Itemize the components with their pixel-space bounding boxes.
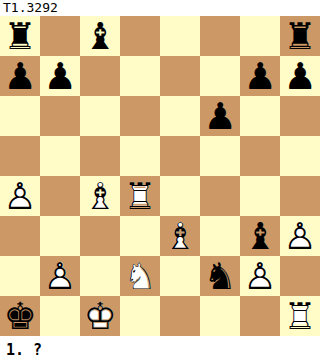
square-e8[interactable] <box>160 16 200 56</box>
black-king-glyph: ♚ <box>0 296 40 336</box>
piece-white-pawn-h3: ♟♙ <box>280 216 320 256</box>
white-pawn-outline-glyph: ♙ <box>0 176 40 216</box>
square-g2[interactable]: ♟♙ <box>240 256 280 296</box>
square-f3[interactable] <box>200 216 240 256</box>
square-h5[interactable] <box>280 136 320 176</box>
white-knight-fill-glyph: ♞ <box>120 256 160 296</box>
square-a3[interactable] <box>0 216 40 256</box>
white-bishop-fill-glyph: ♝ <box>160 216 200 256</box>
black-bishop-glyph: ♝ <box>80 16 120 56</box>
square-f5[interactable] <box>200 136 240 176</box>
square-e5[interactable] <box>160 136 200 176</box>
white-bishop-outline-glyph: ♗ <box>160 216 200 256</box>
black-rook-glyph: ♜ <box>0 16 40 56</box>
square-d4[interactable]: ♜♖ <box>120 176 160 216</box>
piece-black-pawn-b7: ♟ <box>40 56 80 96</box>
black-pawn-glyph: ♟ <box>240 56 280 96</box>
white-rook-fill-glyph: ♜ <box>280 296 320 336</box>
square-e4[interactable] <box>160 176 200 216</box>
square-h1[interactable]: ♜♖ <box>280 296 320 336</box>
square-c1[interactable]: ♚♔ <box>80 296 120 336</box>
square-b8[interactable] <box>40 16 80 56</box>
square-h6[interactable] <box>280 96 320 136</box>
white-rook-fill-glyph: ♜ <box>120 176 160 216</box>
square-g6[interactable] <box>240 96 280 136</box>
piece-white-pawn-b2: ♟♙ <box>40 256 80 296</box>
square-e7[interactable] <box>160 56 200 96</box>
square-g1[interactable] <box>240 296 280 336</box>
square-b6[interactable] <box>40 96 80 136</box>
square-g7[interactable]: ♟ <box>240 56 280 96</box>
chess-board: ♜♝♜♟♟♟♟♟♟♙♝♗♜♖♝♗♝♟♙♟♙♞♘♞♟♙♚♚♔♜♖ <box>0 16 320 336</box>
piece-black-rook-a8: ♜ <box>0 16 40 56</box>
piece-black-knight-f2: ♞ <box>200 256 240 296</box>
square-b5[interactable] <box>40 136 80 176</box>
square-d5[interactable] <box>120 136 160 176</box>
square-d3[interactable] <box>120 216 160 256</box>
square-e3[interactable]: ♝♗ <box>160 216 200 256</box>
square-d1[interactable] <box>120 296 160 336</box>
piece-black-pawn-g7: ♟ <box>240 56 280 96</box>
square-e6[interactable] <box>160 96 200 136</box>
square-a7[interactable]: ♟ <box>0 56 40 96</box>
square-b7[interactable]: ♟ <box>40 56 80 96</box>
square-a5[interactable] <box>0 136 40 176</box>
white-rook-outline-glyph: ♖ <box>280 296 320 336</box>
square-f6[interactable]: ♟ <box>200 96 240 136</box>
black-rook-glyph: ♜ <box>280 16 320 56</box>
white-bishop-fill-glyph: ♝ <box>80 176 120 216</box>
square-a1[interactable]: ♚ <box>0 296 40 336</box>
square-g4[interactable] <box>240 176 280 216</box>
square-a2[interactable] <box>0 256 40 296</box>
square-g3[interactable]: ♝ <box>240 216 280 256</box>
square-b1[interactable] <box>40 296 80 336</box>
piece-black-pawn-a7: ♟ <box>0 56 40 96</box>
white-knight-outline-glyph: ♘ <box>120 256 160 296</box>
white-bishop-outline-glyph: ♗ <box>80 176 120 216</box>
white-pawn-fill-glyph: ♟ <box>280 216 320 256</box>
white-king-outline-glyph: ♔ <box>80 296 120 336</box>
square-a6[interactable] <box>0 96 40 136</box>
square-f8[interactable] <box>200 16 240 56</box>
white-pawn-fill-glyph: ♟ <box>40 256 80 296</box>
piece-white-bishop-e3: ♝♗ <box>160 216 200 256</box>
square-d7[interactable] <box>120 56 160 96</box>
puzzle-title: T1.3292 <box>0 0 320 16</box>
square-b4[interactable] <box>40 176 80 216</box>
move-prompt: 1. ? <box>0 336 320 359</box>
black-pawn-glyph: ♟ <box>200 96 240 136</box>
piece-white-king-c1: ♚♔ <box>80 296 120 336</box>
white-pawn-outline-glyph: ♙ <box>280 216 320 256</box>
square-h7[interactable]: ♟ <box>280 56 320 96</box>
piece-black-bishop-c8: ♝ <box>80 16 120 56</box>
piece-white-bishop-c4: ♝♗ <box>80 176 120 216</box>
square-h3[interactable]: ♟♙ <box>280 216 320 256</box>
square-b2[interactable]: ♟♙ <box>40 256 80 296</box>
piece-white-rook-d4: ♜♖ <box>120 176 160 216</box>
square-h2[interactable] <box>280 256 320 296</box>
black-knight-glyph: ♞ <box>200 256 240 296</box>
square-g8[interactable] <box>240 16 280 56</box>
white-pawn-outline-glyph: ♙ <box>40 256 80 296</box>
square-g5[interactable] <box>240 136 280 176</box>
square-e1[interactable] <box>160 296 200 336</box>
black-pawn-glyph: ♟ <box>40 56 80 96</box>
square-e2[interactable] <box>160 256 200 296</box>
square-c3[interactable] <box>80 216 120 256</box>
square-h4[interactable] <box>280 176 320 216</box>
white-king-fill-glyph: ♚ <box>80 296 120 336</box>
piece-black-bishop-g3: ♝ <box>240 216 280 256</box>
square-f2[interactable]: ♞ <box>200 256 240 296</box>
piece-white-pawn-a4: ♟♙ <box>0 176 40 216</box>
piece-black-pawn-f6: ♟ <box>200 96 240 136</box>
piece-black-pawn-h7: ♟ <box>280 56 320 96</box>
white-pawn-outline-glyph: ♙ <box>240 256 280 296</box>
square-d8[interactable] <box>120 16 160 56</box>
piece-black-rook-h8: ♜ <box>280 16 320 56</box>
square-c6[interactable] <box>80 96 120 136</box>
piece-white-knight-d2: ♞♘ <box>120 256 160 296</box>
square-f7[interactable] <box>200 56 240 96</box>
square-a8[interactable]: ♜ <box>0 16 40 56</box>
white-pawn-fill-glyph: ♟ <box>0 176 40 216</box>
white-rook-outline-glyph: ♖ <box>120 176 160 216</box>
square-f4[interactable] <box>200 176 240 216</box>
square-h8[interactable]: ♜ <box>280 16 320 56</box>
white-pawn-fill-glyph: ♟ <box>240 256 280 296</box>
square-f1[interactable] <box>200 296 240 336</box>
black-bishop-glyph: ♝ <box>240 216 280 256</box>
square-c5[interactable] <box>80 136 120 176</box>
square-d2[interactable]: ♞♘ <box>120 256 160 296</box>
black-pawn-glyph: ♟ <box>280 56 320 96</box>
square-c8[interactable]: ♝ <box>80 16 120 56</box>
piece-black-king-a1: ♚ <box>0 296 40 336</box>
black-pawn-glyph: ♟ <box>0 56 40 96</box>
square-c4[interactable]: ♝♗ <box>80 176 120 216</box>
square-d6[interactable] <box>120 96 160 136</box>
square-c7[interactable] <box>80 56 120 96</box>
square-b3[interactable] <box>40 216 80 256</box>
square-c2[interactable] <box>80 256 120 296</box>
piece-white-pawn-g2: ♟♙ <box>240 256 280 296</box>
square-a4[interactable]: ♟♙ <box>0 176 40 216</box>
piece-white-rook-h1: ♜♖ <box>280 296 320 336</box>
